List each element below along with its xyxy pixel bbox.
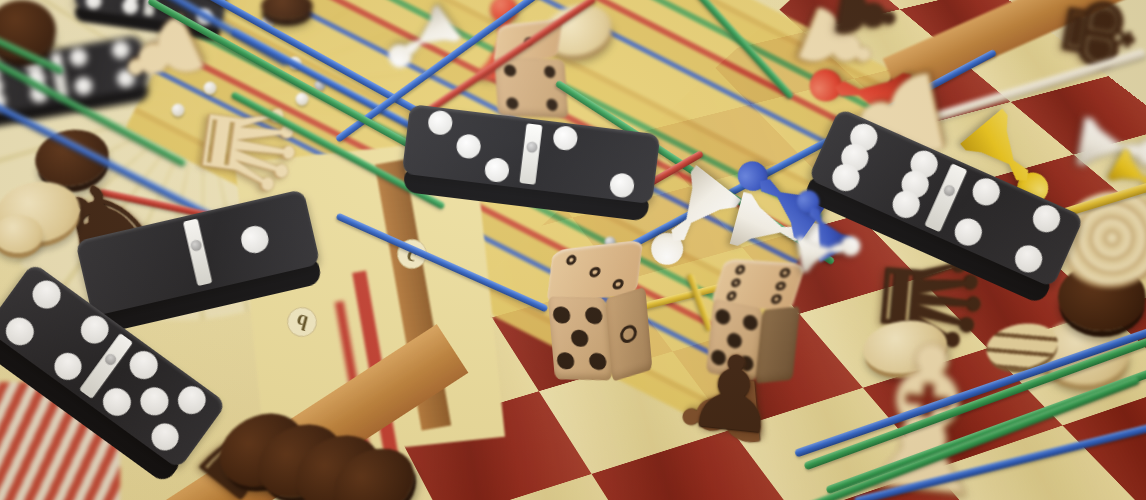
pip (743, 314, 759, 332)
pip (173, 381, 212, 420)
pip (85, 0, 103, 10)
checker-cream-small (0, 215, 43, 253)
die-front-face (548, 297, 612, 380)
die-front-faces (494, 56, 568, 120)
stick-yellow-23 (686, 273, 713, 332)
domino-half-right (534, 120, 653, 203)
pip (455, 133, 482, 160)
pip (734, 265, 747, 275)
pip (588, 266, 600, 278)
pip (585, 308, 603, 325)
pip (125, 346, 164, 385)
die-side-face (605, 287, 652, 382)
pip (552, 125, 579, 152)
pip (571, 330, 589, 347)
pip (121, 0, 139, 15)
pip (620, 324, 638, 345)
pip (135, 382, 174, 421)
chess-pawn-dark-standing: ♟ (682, 338, 784, 449)
pawn-body (796, 228, 848, 274)
pip (546, 99, 559, 111)
pieces-layer: ♟♛♞♞♟♟♚♟♛♟♟♝cb (0, 0, 1146, 500)
pip (565, 254, 577, 266)
pip (968, 174, 1003, 209)
pip (771, 294, 784, 304)
pip (427, 110, 454, 137)
pip (612, 278, 624, 290)
pip (715, 308, 731, 326)
pip (506, 98, 519, 110)
pip (239, 224, 270, 255)
pip (589, 354, 607, 371)
ludo-pawn-white-top (378, 3, 463, 81)
die-front-faces (548, 292, 652, 383)
pip (726, 291, 739, 301)
pip (68, 47, 89, 68)
board-letter-b: b (284, 304, 321, 341)
pip (609, 172, 636, 199)
pip (951, 214, 986, 249)
pip (73, 76, 94, 97)
pip (553, 307, 571, 324)
pip (730, 278, 743, 288)
pip (775, 281, 788, 291)
board-games-photo-collage: ♟♛♞♞♟♟♚♟♛♟♟♝cb (0, 0, 1146, 500)
pip (543, 66, 556, 78)
pip (557, 353, 575, 370)
pip (779, 268, 792, 278)
die-top3-front5-side1 (544, 241, 653, 382)
pip (484, 157, 511, 184)
die-front-face (494, 57, 568, 119)
die-top1-front4 (492, 20, 568, 120)
domino-half-left (409, 105, 528, 188)
pip (28, 275, 67, 314)
stick-blue-5 (336, 212, 549, 312)
pip (504, 65, 517, 77)
pip (1029, 201, 1064, 236)
pip (1011, 241, 1046, 276)
